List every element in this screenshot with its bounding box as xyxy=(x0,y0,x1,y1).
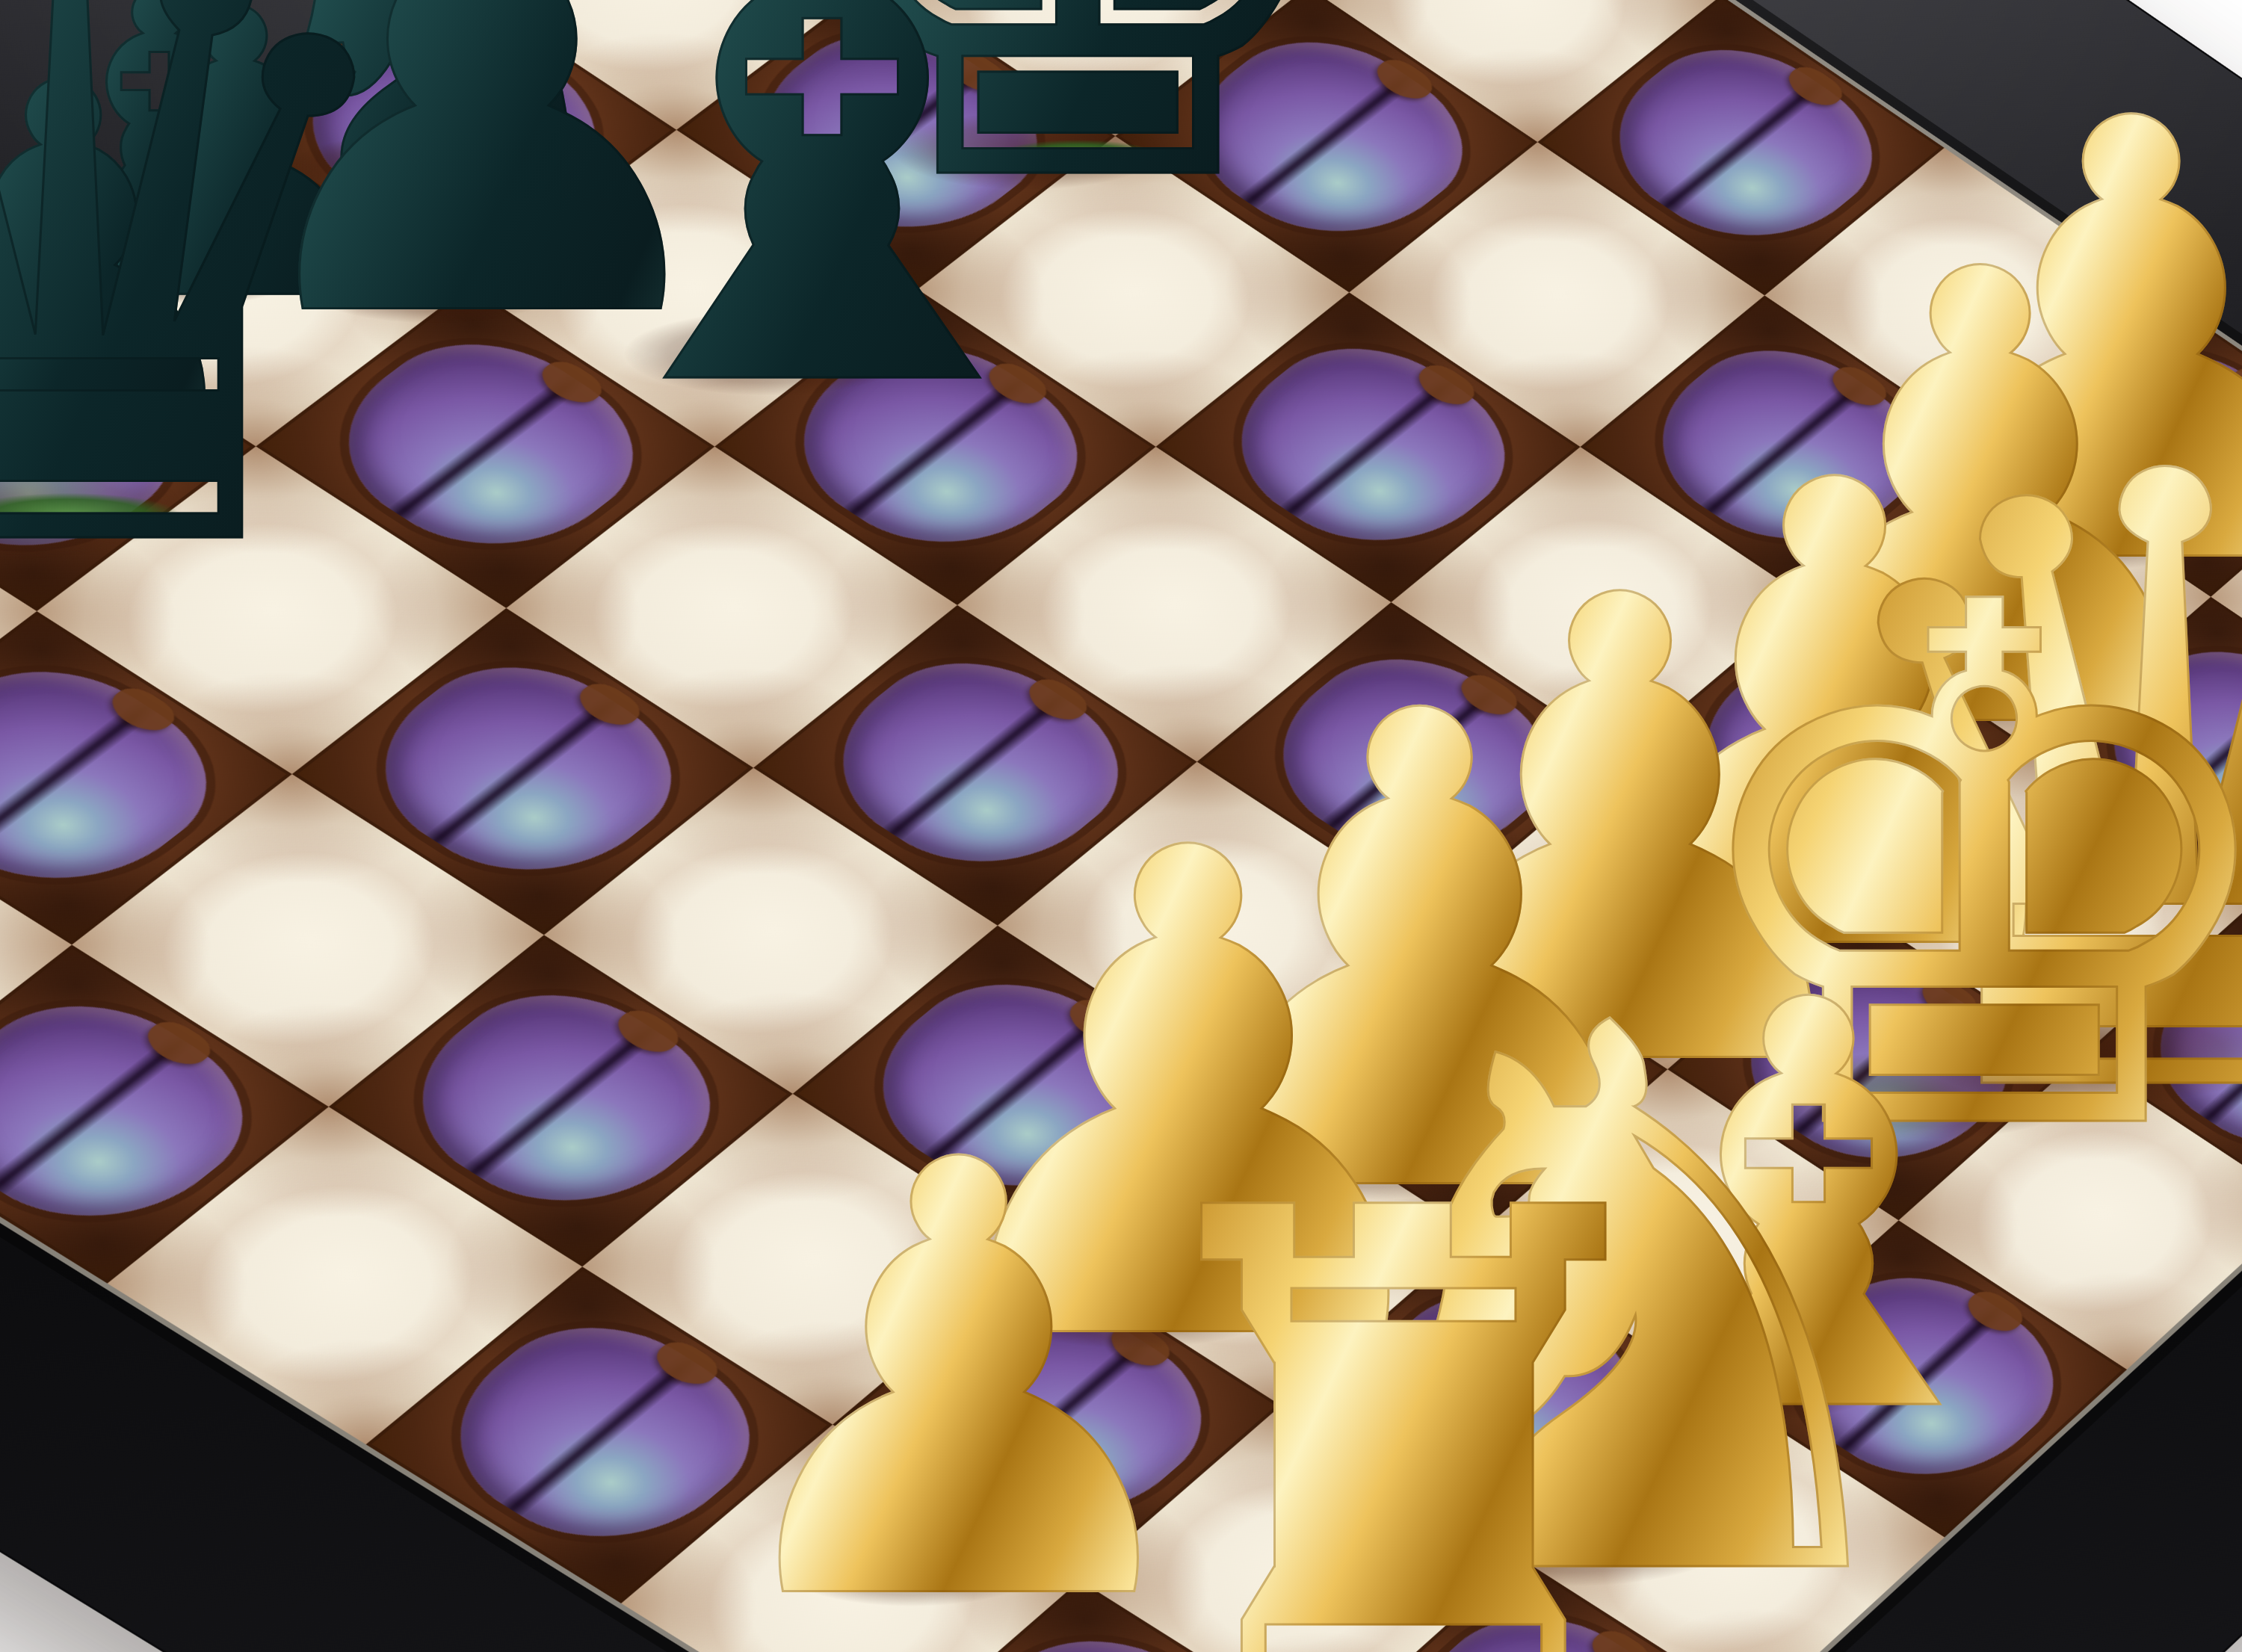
piece-black-bishop[interactable]: ♝ xyxy=(521,0,1124,481)
piece-black-queen[interactable]: ♛ xyxy=(0,0,448,667)
product-photo-scene: ♛♟♝♟♟♞♝♚♟♟♟♟♟♟♟♜♞♝♚♛ xyxy=(0,0,2242,1652)
piece-white-rook[interactable]: ♜ xyxy=(1082,1119,1726,1652)
